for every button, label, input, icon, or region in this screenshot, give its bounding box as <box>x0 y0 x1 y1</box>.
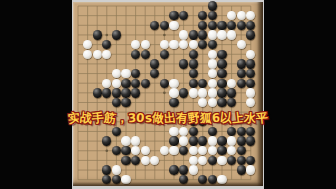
black-stone <box>93 30 102 39</box>
white-stone <box>141 156 150 165</box>
black-stone <box>208 156 217 165</box>
black-stone <box>237 165 246 174</box>
black-stone <box>169 136 178 145</box>
black-stone <box>189 79 198 88</box>
black-stone <box>179 165 188 174</box>
go-board[interactable] <box>73 2 263 186</box>
black-stone <box>141 79 150 88</box>
star-point <box>163 34 166 37</box>
black-stone <box>237 127 246 136</box>
black-stone <box>160 50 169 59</box>
black-stone <box>217 59 226 68</box>
board-bottom-shadow <box>73 182 263 186</box>
white-stone <box>169 40 178 49</box>
letterbox-left <box>0 0 72 189</box>
black-stone <box>217 21 226 30</box>
black-stone <box>237 156 246 165</box>
black-stone <box>237 21 246 30</box>
white-stone <box>179 136 188 145</box>
black-stone <box>189 30 198 39</box>
white-stone <box>169 79 178 88</box>
black-stone <box>217 98 226 107</box>
white-stone <box>217 30 226 39</box>
black-stone <box>189 69 198 78</box>
white-stone <box>227 79 236 88</box>
black-stone <box>217 50 226 59</box>
black-stone <box>150 59 159 68</box>
black-stone <box>160 21 169 30</box>
black-stone <box>217 136 226 145</box>
black-stone <box>217 69 226 78</box>
star-point <box>163 92 166 95</box>
black-stone <box>141 50 150 59</box>
white-stone <box>227 30 236 39</box>
black-stone <box>121 98 130 107</box>
white-stone <box>189 165 198 174</box>
star-point <box>106 34 109 37</box>
white-stone <box>121 136 130 145</box>
black-stone <box>169 165 178 174</box>
black-stone <box>169 98 178 107</box>
white-stone <box>208 59 217 68</box>
black-stone <box>189 50 198 59</box>
white-stone <box>208 88 217 97</box>
black-stone <box>102 88 111 97</box>
white-stone <box>227 136 236 145</box>
black-stone <box>227 88 236 97</box>
black-stone <box>208 21 217 30</box>
black-stone <box>121 146 130 155</box>
black-stone <box>237 69 246 78</box>
black-stone <box>160 79 169 88</box>
board-right-shadow <box>257 2 263 186</box>
black-stone <box>179 88 188 97</box>
black-stone <box>237 79 246 88</box>
black-stone <box>217 88 226 97</box>
white-stone <box>179 30 188 39</box>
white-stone <box>208 136 217 145</box>
white-stone <box>112 165 121 174</box>
black-stone <box>246 59 255 68</box>
white-stone <box>198 88 207 97</box>
black-stone <box>131 88 140 97</box>
white-stone <box>131 136 140 145</box>
video-frame: 实战手筋，30s做出有野狐6以上水平 <box>0 0 336 189</box>
white-stone <box>208 50 217 59</box>
black-stone <box>93 88 102 97</box>
white-stone <box>208 79 217 88</box>
white-stone <box>189 40 198 49</box>
black-stone <box>112 88 121 97</box>
white-stone <box>208 30 217 39</box>
white-stone <box>169 146 178 155</box>
black-stone <box>208 1 217 10</box>
white-stone <box>169 127 178 136</box>
board-panel <box>72 0 264 189</box>
white-stone <box>169 88 178 97</box>
caption-text: 实战手筋，30s做出有野狐6以上水平 <box>58 108 278 128</box>
black-stone <box>169 11 178 20</box>
white-stone <box>217 156 226 165</box>
black-stone <box>189 136 198 145</box>
white-stone <box>169 21 178 30</box>
black-stone <box>121 79 130 88</box>
black-stone <box>237 59 246 68</box>
black-stone <box>198 30 207 39</box>
white-stone <box>246 88 255 97</box>
star-point <box>106 149 109 152</box>
black-stone <box>112 30 121 39</box>
black-stone <box>217 146 226 155</box>
letterbox-right <box>264 0 336 189</box>
black-stone <box>246 30 255 39</box>
white-stone <box>93 50 102 59</box>
black-stone <box>131 79 140 88</box>
white-stone <box>189 88 198 97</box>
white-stone <box>189 156 198 165</box>
black-stone <box>121 156 130 165</box>
black-stone <box>217 79 226 88</box>
white-stone <box>237 40 246 49</box>
white-stone <box>141 40 150 49</box>
white-stone <box>121 69 130 78</box>
black-stone <box>179 59 188 68</box>
black-stone <box>189 127 198 136</box>
black-stone <box>189 59 198 68</box>
black-stone <box>237 136 246 145</box>
white-stone <box>112 79 121 88</box>
black-stone <box>121 88 130 97</box>
